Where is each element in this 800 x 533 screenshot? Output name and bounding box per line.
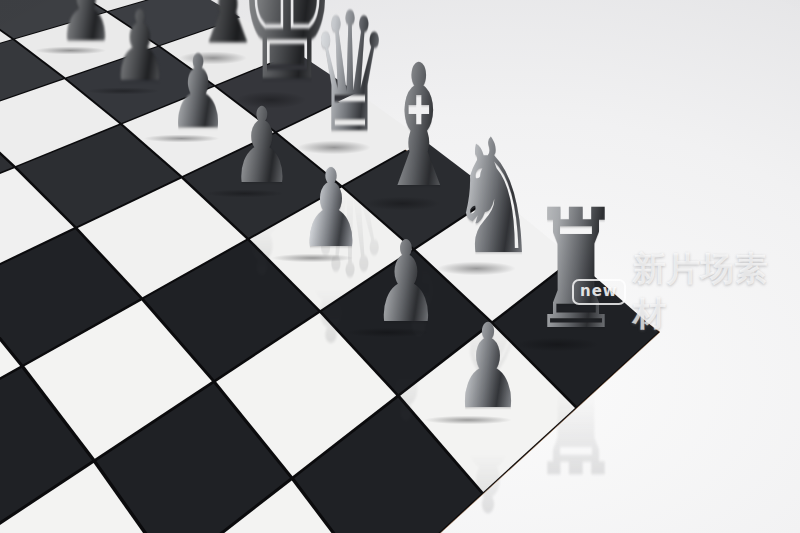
chess-photo-scene: ♜♜♞♞♝♝♛♛♚♝♟♟♟♟♟♟♟♟♟♟♟ new 新片场素材 — [0, 0, 800, 533]
chess-board — [0, 0, 800, 533]
